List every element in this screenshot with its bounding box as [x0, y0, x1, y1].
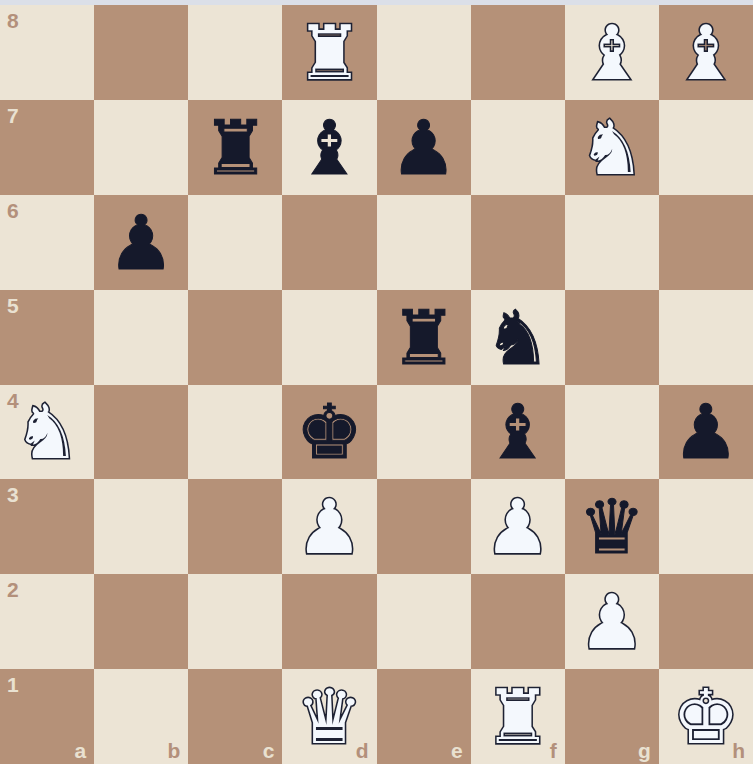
- piece-black-knight-f5[interactable]: ♞: [484, 301, 551, 376]
- square-c6[interactable]: [188, 195, 282, 290]
- rank-label-2: 2: [7, 579, 19, 600]
- square-f4[interactable]: ♝: [471, 385, 565, 480]
- square-d3[interactable]: ♟: [282, 479, 376, 574]
- square-f5[interactable]: ♞: [471, 290, 565, 385]
- rank-label-3: 3: [7, 484, 19, 505]
- piece-white-queen-d1[interactable]: ♛: [296, 680, 363, 755]
- square-a1[interactable]: 1a: [0, 669, 94, 764]
- square-e8[interactable]: [377, 5, 471, 100]
- square-d8[interactable]: ♜: [282, 5, 376, 100]
- piece-white-bishop-g8[interactable]: ♝: [578, 16, 645, 91]
- piece-black-pawn-h4[interactable]: ♟: [672, 395, 739, 470]
- square-h3[interactable]: [659, 479, 753, 574]
- piece-white-rook-d8[interactable]: ♜: [296, 16, 363, 91]
- piece-white-pawn-f3[interactable]: ♟: [484, 490, 551, 565]
- square-d1[interactable]: ♛d: [282, 669, 376, 764]
- file-label-b: b: [167, 740, 180, 761]
- square-a6[interactable]: 6: [0, 195, 94, 290]
- square-e1[interactable]: e: [377, 669, 471, 764]
- piece-black-rook-c7[interactable]: ♜: [202, 111, 269, 186]
- square-e2[interactable]: [377, 574, 471, 669]
- square-e4[interactable]: [377, 385, 471, 480]
- square-f2[interactable]: [471, 574, 565, 669]
- square-g5[interactable]: [565, 290, 659, 385]
- square-f6[interactable]: [471, 195, 565, 290]
- square-h6[interactable]: [659, 195, 753, 290]
- square-b8[interactable]: [94, 5, 188, 100]
- piece-white-knight-g7[interactable]: ♞: [578, 111, 645, 186]
- square-a5[interactable]: 5: [0, 290, 94, 385]
- square-d4[interactable]: ♚: [282, 385, 376, 480]
- square-f3[interactable]: ♟: [471, 479, 565, 574]
- file-label-a: a: [74, 740, 86, 761]
- square-c7[interactable]: ♜: [188, 100, 282, 195]
- square-f1[interactable]: ♜f: [471, 669, 565, 764]
- piece-white-bishop-h8[interactable]: ♝: [672, 16, 739, 91]
- square-g1[interactable]: g: [565, 669, 659, 764]
- square-d6[interactable]: [282, 195, 376, 290]
- square-e3[interactable]: [377, 479, 471, 574]
- square-g7[interactable]: ♞: [565, 100, 659, 195]
- square-c5[interactable]: [188, 290, 282, 385]
- piece-black-queen-g3[interactable]: ♛: [578, 490, 645, 565]
- square-c1[interactable]: c: [188, 669, 282, 764]
- square-b4[interactable]: [94, 385, 188, 480]
- square-h7[interactable]: [659, 100, 753, 195]
- square-b5[interactable]: [94, 290, 188, 385]
- square-e6[interactable]: [377, 195, 471, 290]
- piece-black-pawn-e7[interactable]: ♟: [390, 111, 457, 186]
- square-g4[interactable]: [565, 385, 659, 480]
- square-h8[interactable]: ♝: [659, 5, 753, 100]
- square-c2[interactable]: [188, 574, 282, 669]
- square-h4[interactable]: ♟: [659, 385, 753, 480]
- piece-white-knight-a4[interactable]: ♞: [13, 395, 80, 470]
- square-b6[interactable]: ♟: [94, 195, 188, 290]
- square-d5[interactable]: [282, 290, 376, 385]
- square-g6[interactable]: [565, 195, 659, 290]
- piece-white-rook-f1[interactable]: ♜: [484, 680, 551, 755]
- square-d2[interactable]: [282, 574, 376, 669]
- square-f7[interactable]: [471, 100, 565, 195]
- square-g2[interactable]: ♟: [565, 574, 659, 669]
- file-label-g: g: [638, 740, 651, 761]
- square-g8[interactable]: ♝: [565, 5, 659, 100]
- piece-black-king-d4[interactable]: ♚: [296, 395, 363, 470]
- rank-label-1: 1: [7, 674, 19, 695]
- square-h1[interactable]: ♚h: [659, 669, 753, 764]
- rank-label-5: 5: [7, 295, 19, 316]
- rank-label-8: 8: [7, 10, 19, 31]
- square-h2[interactable]: [659, 574, 753, 669]
- square-c8[interactable]: [188, 5, 282, 100]
- piece-white-pawn-g2[interactable]: ♟: [578, 585, 645, 660]
- square-a7[interactable]: 7: [0, 100, 94, 195]
- square-f8[interactable]: [471, 5, 565, 100]
- piece-white-king-h1[interactable]: ♚: [672, 680, 739, 755]
- chess-app: 8♜♝♝7♜♝♟♞6♟5♜♞♞4♚♝♟3♟♟♛2♟1abc♛de♜fg♚h: [0, 0, 753, 764]
- square-e7[interactable]: ♟: [377, 100, 471, 195]
- square-b3[interactable]: [94, 479, 188, 574]
- square-b2[interactable]: [94, 574, 188, 669]
- square-d7[interactable]: ♝: [282, 100, 376, 195]
- square-a3[interactable]: 3: [0, 479, 94, 574]
- square-a8[interactable]: 8: [0, 5, 94, 100]
- piece-black-bishop-d7[interactable]: ♝: [296, 111, 363, 186]
- square-b7[interactable]: [94, 100, 188, 195]
- square-b1[interactable]: b: [94, 669, 188, 764]
- chess-board: 8♜♝♝7♜♝♟♞6♟5♜♞♞4♚♝♟3♟♟♛2♟1abc♛de♜fg♚h: [0, 5, 753, 764]
- square-a2[interactable]: 2: [0, 574, 94, 669]
- file-label-c: c: [263, 740, 275, 761]
- square-g3[interactable]: ♛: [565, 479, 659, 574]
- rank-label-7: 7: [7, 105, 19, 126]
- square-e5[interactable]: ♜: [377, 290, 471, 385]
- piece-black-rook-e5[interactable]: ♜: [390, 301, 457, 376]
- piece-black-bishop-f4[interactable]: ♝: [484, 395, 551, 470]
- square-c4[interactable]: [188, 385, 282, 480]
- square-a4[interactable]: ♞4: [0, 385, 94, 480]
- rank-label-6: 6: [7, 200, 19, 221]
- square-c3[interactable]: [188, 479, 282, 574]
- piece-black-pawn-b6[interactable]: ♟: [108, 206, 175, 281]
- square-h5[interactable]: [659, 290, 753, 385]
- file-label-e: e: [451, 740, 463, 761]
- piece-white-pawn-d3[interactable]: ♟: [296, 490, 363, 565]
